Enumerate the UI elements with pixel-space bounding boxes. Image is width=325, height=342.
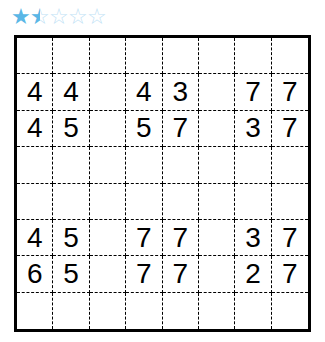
cell-r2c2[interactable]: 4 bbox=[53, 74, 89, 110]
cell-r2c3[interactable] bbox=[90, 74, 126, 110]
cell-r3c7[interactable]: 3 bbox=[235, 111, 271, 147]
cell-r5c4[interactable] bbox=[126, 184, 162, 220]
cell-r3c2[interactable]: 5 bbox=[53, 111, 89, 147]
cell-r4c1[interactable] bbox=[17, 147, 53, 183]
cell-r8c3[interactable] bbox=[90, 293, 126, 329]
cell-r7c4[interactable]: 7 bbox=[126, 256, 162, 292]
cell-r2c7[interactable]: 7 bbox=[235, 74, 271, 110]
cell-r4c8[interactable] bbox=[272, 147, 308, 183]
cell-r1c2[interactable] bbox=[53, 38, 89, 74]
cell-r3c5[interactable]: 7 bbox=[163, 111, 199, 147]
cell-r4c4[interactable] bbox=[126, 147, 162, 183]
cell-r2c1[interactable]: 4 bbox=[17, 74, 53, 110]
cell-r6c7[interactable]: 3 bbox=[235, 220, 271, 256]
cell-r8c7[interactable] bbox=[235, 293, 271, 329]
cell-r5c3[interactable] bbox=[90, 184, 126, 220]
cell-r6c2[interactable]: 5 bbox=[53, 220, 89, 256]
cell-r5c1[interactable] bbox=[17, 184, 53, 220]
cell-r6c8[interactable]: 7 bbox=[272, 220, 308, 256]
cell-r3c6[interactable] bbox=[199, 111, 235, 147]
difficulty-rating: ★☆★☆☆☆ bbox=[11, 5, 106, 29]
cell-r8c8[interactable] bbox=[272, 293, 308, 329]
cell-r7c8[interactable]: 7 bbox=[272, 256, 308, 292]
cell-r7c1[interactable]: 6 bbox=[17, 256, 53, 292]
cell-r7c7[interactable]: 2 bbox=[235, 256, 271, 292]
cell-r1c4[interactable] bbox=[126, 38, 162, 74]
cell-r6c3[interactable] bbox=[90, 220, 126, 256]
cell-r4c2[interactable] bbox=[53, 147, 89, 183]
cell-r4c5[interactable] bbox=[163, 147, 199, 183]
cell-r3c8[interactable]: 7 bbox=[272, 111, 308, 147]
cell-r6c4[interactable]: 7 bbox=[126, 220, 162, 256]
cell-r7c5[interactable]: 7 bbox=[163, 256, 199, 292]
cell-r8c6[interactable] bbox=[199, 293, 235, 329]
cell-r2c8[interactable]: 7 bbox=[272, 74, 308, 110]
cell-r3c4[interactable]: 5 bbox=[126, 111, 162, 147]
cell-r1c3[interactable] bbox=[90, 38, 126, 74]
cell-r1c7[interactable] bbox=[235, 38, 271, 74]
cell-r1c5[interactable] bbox=[163, 38, 199, 74]
cell-r5c5[interactable] bbox=[163, 184, 199, 220]
star-empty-icon: ☆ bbox=[68, 5, 87, 29]
cell-r4c6[interactable] bbox=[199, 147, 235, 183]
cell-r4c3[interactable] bbox=[90, 147, 126, 183]
cell-r8c1[interactable] bbox=[17, 293, 53, 329]
cell-r5c2[interactable] bbox=[53, 184, 89, 220]
cell-r5c8[interactable] bbox=[272, 184, 308, 220]
cell-r4c7[interactable] bbox=[235, 147, 271, 183]
cell-r6c6[interactable] bbox=[199, 220, 235, 256]
cell-r1c6[interactable] bbox=[199, 38, 235, 74]
cell-r6c5[interactable]: 7 bbox=[163, 220, 199, 256]
cell-r2c4[interactable]: 4 bbox=[126, 74, 162, 110]
cell-r3c3[interactable] bbox=[90, 111, 126, 147]
cell-r8c4[interactable] bbox=[126, 293, 162, 329]
cell-r5c7[interactable] bbox=[235, 184, 271, 220]
cell-r7c2[interactable]: 5 bbox=[53, 256, 89, 292]
cell-r6c1[interactable]: 4 bbox=[17, 220, 53, 256]
star-empty-icon: ☆ bbox=[49, 5, 68, 29]
cell-r7c3[interactable] bbox=[90, 256, 126, 292]
cell-r3c1[interactable]: 4 bbox=[17, 111, 53, 147]
cell-r1c8[interactable] bbox=[272, 38, 308, 74]
star-full-icon: ★ bbox=[11, 5, 30, 29]
cell-r2c5[interactable]: 3 bbox=[163, 74, 199, 110]
puzzle-board: 444377455737457737657727 bbox=[14, 35, 311, 332]
star-half-icon: ☆★ bbox=[30, 5, 49, 29]
cell-r7c6[interactable] bbox=[199, 256, 235, 292]
cell-r5c6[interactable] bbox=[199, 184, 235, 220]
cell-r2c6[interactable] bbox=[199, 74, 235, 110]
star-empty-icon: ☆ bbox=[87, 5, 106, 29]
cell-r8c2[interactable] bbox=[53, 293, 89, 329]
cell-r8c5[interactable] bbox=[163, 293, 199, 329]
cell-r1c1[interactable] bbox=[17, 38, 53, 74]
